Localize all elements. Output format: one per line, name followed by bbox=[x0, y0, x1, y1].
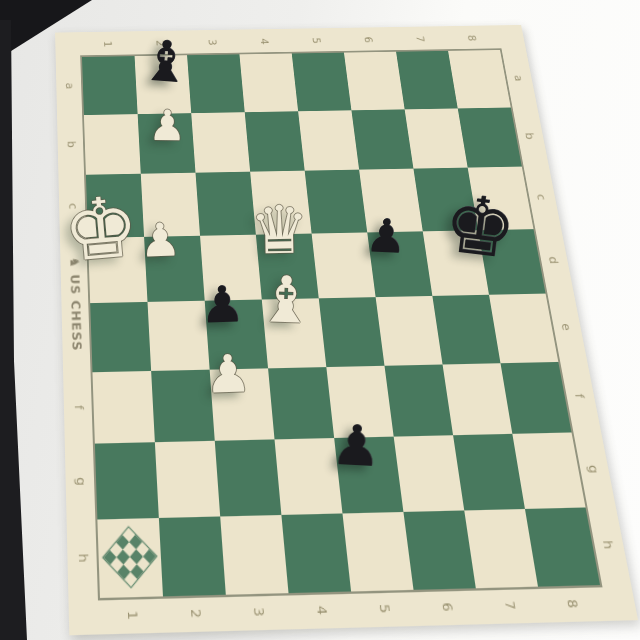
piece-white-pawn-d2[interactable]: ♟ bbox=[139, 216, 182, 263]
square-h8[interactable] bbox=[525, 507, 600, 587]
square-b1[interactable] bbox=[84, 114, 141, 175]
right-file-label-g: g bbox=[586, 465, 602, 474]
right-file-label-b: b bbox=[523, 133, 537, 140]
square-b3[interactable] bbox=[191, 112, 250, 173]
piece-white-pawn-b2[interactable]: ♟ bbox=[148, 105, 186, 148]
top-rank-label-8: 8 bbox=[465, 35, 478, 41]
bottom-rank-label-2: 2 bbox=[188, 609, 203, 619]
square-a8[interactable] bbox=[448, 50, 511, 108]
piece-black-pawn-d6[interactable]: ♟ bbox=[364, 212, 408, 260]
square-e6[interactable] bbox=[376, 296, 443, 365]
square-b4[interactable] bbox=[245, 111, 305, 172]
square-g2[interactable] bbox=[155, 441, 220, 518]
left-file-label-a: a bbox=[63, 82, 76, 88]
piece-black-pawn-g5[interactable]: ♟ bbox=[330, 417, 383, 476]
square-g1[interactable] bbox=[95, 442, 159, 519]
square-f4[interactable] bbox=[268, 367, 334, 440]
square-b6[interactable] bbox=[351, 109, 413, 170]
square-h3[interactable] bbox=[220, 514, 288, 594]
square-f8[interactable] bbox=[500, 361, 571, 433]
square-a7[interactable] bbox=[396, 51, 458, 109]
top-rank-label-4: 4 bbox=[258, 38, 271, 45]
left-file-label-f: f bbox=[72, 405, 86, 410]
us-chess-logo-text: US CHESS bbox=[68, 274, 85, 351]
square-g8[interactable] bbox=[512, 432, 585, 508]
square-b8[interactable] bbox=[458, 107, 522, 168]
bottom-rank-label-3: 3 bbox=[251, 607, 266, 617]
right-file-label-f: f bbox=[572, 394, 586, 399]
bottom-rank-label-7: 7 bbox=[502, 601, 518, 611]
square-b5[interactable] bbox=[298, 110, 359, 171]
piece-black-king-d7[interactable]: ♚ bbox=[439, 183, 520, 271]
chess-board: ♞ US CHESS 1122334455667788aabbccdeffggh… bbox=[55, 25, 638, 635]
right-file-label-c: c bbox=[534, 194, 548, 200]
square-c3[interactable] bbox=[195, 172, 255, 236]
piece-black-bishop-a2[interactable]: ♝ bbox=[139, 33, 193, 92]
left-file-label-g: g bbox=[74, 477, 88, 486]
square-e8[interactable] bbox=[489, 294, 558, 363]
square-f1[interactable] bbox=[92, 370, 154, 443]
square-g6[interactable] bbox=[394, 435, 464, 511]
piece-white-queen-d4[interactable]: ♛ bbox=[249, 197, 309, 264]
top-rank-label-7: 7 bbox=[414, 36, 427, 42]
piece-white-pawn-f3[interactable]: ♟ bbox=[204, 347, 252, 401]
square-a1[interactable] bbox=[82, 56, 138, 115]
square-f6[interactable] bbox=[384, 364, 453, 437]
square-h6[interactable] bbox=[403, 510, 475, 590]
piece-black-pawn-e3[interactable]: ♟ bbox=[199, 279, 246, 331]
left-file-label-h: h bbox=[76, 554, 91, 563]
square-g3[interactable] bbox=[215, 439, 282, 516]
top-rank-label-6: 6 bbox=[362, 37, 375, 43]
top-rank-label-1: 1 bbox=[102, 41, 114, 48]
square-h2[interactable] bbox=[159, 516, 226, 596]
square-c5[interactable] bbox=[305, 170, 368, 233]
square-h5[interactable] bbox=[342, 511, 413, 591]
photo-scene: ♞ US CHESS 1122334455667788aabbccdeffggh… bbox=[0, 0, 640, 640]
left-file-label-b: b bbox=[65, 141, 78, 148]
square-a4[interactable] bbox=[239, 53, 298, 111]
square-e5[interactable] bbox=[319, 297, 385, 366]
right-file-label-a: a bbox=[512, 75, 525, 81]
bottom-rank-label-4: 4 bbox=[314, 605, 330, 615]
bottom-rank-label-1: 1 bbox=[125, 610, 140, 620]
table-edge-shadow-left bbox=[0, 20, 28, 640]
right-file-label-e: e bbox=[559, 323, 574, 331]
piece-white-bishop-e4[interactable]: ♝ bbox=[256, 267, 316, 333]
bottom-rank-label-6: 6 bbox=[439, 602, 455, 612]
square-a3[interactable] bbox=[187, 54, 245, 112]
square-h4[interactable] bbox=[281, 513, 351, 593]
square-a5[interactable] bbox=[292, 53, 352, 111]
bottom-rank-label-8: 8 bbox=[564, 599, 580, 609]
right-file-label-h: h bbox=[600, 541, 616, 550]
square-e1[interactable] bbox=[90, 302, 151, 372]
top-rank-label-3: 3 bbox=[206, 39, 219, 46]
right-file-label-d: d bbox=[546, 257, 560, 265]
piece-white-king-d1[interactable]: ♚ bbox=[60, 184, 142, 274]
top-rank-label-5: 5 bbox=[310, 37, 323, 43]
square-a6[interactable] bbox=[344, 52, 405, 110]
bottom-rank-label-5: 5 bbox=[377, 604, 393, 614]
